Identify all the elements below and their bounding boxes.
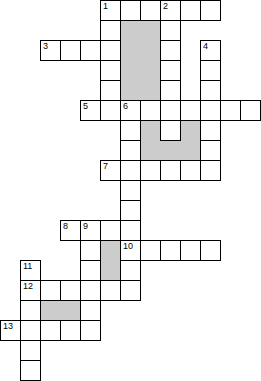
cell-r0-c5[interactable]: 1 bbox=[100, 0, 121, 21]
cell-r18-c1[interactable] bbox=[20, 360, 41, 381]
shaded-block-r6-c7 bbox=[140, 120, 161, 141]
cell-r7-c10[interactable] bbox=[200, 140, 221, 161]
shaded-block-r13-c5 bbox=[100, 260, 121, 281]
cell-r16-c2[interactable] bbox=[40, 320, 61, 341]
cell-r0-c8[interactable]: 2 bbox=[160, 0, 181, 21]
cell-r5-c10[interactable] bbox=[200, 100, 221, 121]
cell-r16-c3[interactable] bbox=[60, 320, 81, 341]
cell-r15-c4[interactable] bbox=[80, 300, 101, 321]
cell-r2-c8[interactable] bbox=[160, 40, 181, 61]
clue-number-1: 1 bbox=[103, 1, 108, 11]
cell-r8-c5[interactable]: 7 bbox=[100, 160, 121, 181]
clue-number-12: 12 bbox=[23, 281, 33, 291]
cell-r5-c6[interactable]: 6 bbox=[120, 100, 141, 121]
cell-r2-c10[interactable]: 4 bbox=[200, 40, 221, 61]
shaded-block-r4-c7 bbox=[140, 80, 161, 101]
cell-r0-c9[interactable] bbox=[180, 0, 201, 21]
cell-r14-c3[interactable] bbox=[60, 280, 81, 301]
cell-r11-c4[interactable]: 9 bbox=[80, 220, 101, 241]
cell-r0-c6[interactable] bbox=[120, 0, 141, 21]
cell-r16-c4[interactable] bbox=[80, 320, 101, 341]
cell-r4-c5[interactable] bbox=[100, 80, 121, 101]
cell-r13-c1[interactable]: 11 bbox=[20, 260, 41, 281]
cell-r2-c5[interactable] bbox=[100, 40, 121, 61]
shaded-block-r7-c9 bbox=[180, 140, 201, 161]
crossword-board: 12345678910111213 bbox=[0, 0, 261, 381]
shaded-block-r15-c2 bbox=[40, 300, 61, 321]
cell-r5-c11[interactable] bbox=[220, 100, 241, 121]
clue-number-9: 9 bbox=[83, 221, 88, 231]
cell-r1-c5[interactable] bbox=[100, 20, 121, 41]
cell-r12-c4[interactable] bbox=[80, 240, 101, 261]
clue-number-3: 3 bbox=[43, 41, 48, 51]
cell-r11-c3[interactable]: 8 bbox=[60, 220, 81, 241]
cell-r5-c7[interactable] bbox=[140, 100, 161, 121]
clue-number-6: 6 bbox=[123, 101, 128, 111]
cell-r14-c4[interactable] bbox=[80, 280, 101, 301]
cell-r5-c4[interactable]: 5 bbox=[80, 100, 101, 121]
cell-r12-c9[interactable] bbox=[180, 240, 201, 261]
shaded-block-r3-c6 bbox=[120, 60, 141, 81]
cell-r8-c10[interactable] bbox=[200, 160, 221, 181]
cell-r16-c0[interactable]: 13 bbox=[0, 320, 21, 341]
cell-r6-c8[interactable] bbox=[160, 120, 181, 141]
cell-r5-c5[interactable] bbox=[100, 100, 121, 121]
cell-r11-c5[interactable] bbox=[100, 220, 121, 241]
cell-r12-c10[interactable] bbox=[200, 240, 221, 261]
cell-r17-c1[interactable] bbox=[20, 340, 41, 361]
cell-r8-c6[interactable] bbox=[120, 160, 141, 181]
shaded-block-r3-c7 bbox=[140, 60, 161, 81]
shaded-block-r4-c6 bbox=[120, 80, 141, 101]
shaded-block-r2-c7 bbox=[140, 40, 161, 61]
cell-r4-c10[interactable] bbox=[200, 80, 221, 101]
cell-r10-c6[interactable] bbox=[120, 200, 141, 221]
cell-r12-c7[interactable] bbox=[140, 240, 161, 261]
shaded-block-r7-c8 bbox=[160, 140, 181, 161]
cell-r2-c4[interactable] bbox=[80, 40, 101, 61]
cell-r6-c10[interactable] bbox=[200, 120, 221, 141]
cell-r13-c4[interactable] bbox=[80, 260, 101, 281]
cell-r8-c9[interactable] bbox=[180, 160, 201, 181]
cell-r3-c8[interactable] bbox=[160, 60, 181, 81]
cell-r5-c8[interactable] bbox=[160, 100, 181, 121]
cell-r5-c9[interactable] bbox=[180, 100, 201, 121]
clue-number-10: 10 bbox=[123, 241, 133, 251]
cell-r2-c2[interactable]: 3 bbox=[40, 40, 61, 61]
cell-r2-c3[interactable] bbox=[60, 40, 81, 61]
cell-r14-c6[interactable] bbox=[120, 280, 141, 301]
cell-r3-c10[interactable] bbox=[200, 60, 221, 81]
cell-r12-c6[interactable]: 10 bbox=[120, 240, 141, 261]
cell-r14-c5[interactable] bbox=[100, 280, 121, 301]
shaded-block-r7-c7 bbox=[140, 140, 161, 161]
shaded-block-r6-c9 bbox=[180, 120, 201, 141]
cell-r1-c8[interactable] bbox=[160, 20, 181, 41]
cell-r5-c12[interactable] bbox=[240, 100, 261, 121]
cell-r8-c8[interactable] bbox=[160, 160, 181, 181]
cell-r0-c10[interactable] bbox=[200, 0, 221, 21]
cell-r6-c6[interactable] bbox=[120, 120, 141, 141]
clue-number-4: 4 bbox=[203, 41, 208, 51]
clue-number-8: 8 bbox=[63, 221, 68, 231]
cell-r16-c1[interactable] bbox=[20, 320, 41, 341]
cell-r11-c6[interactable] bbox=[120, 220, 141, 241]
shaded-block-r12-c5 bbox=[100, 240, 121, 261]
shaded-block-r2-c6 bbox=[120, 40, 141, 61]
cell-r7-c6[interactable] bbox=[120, 140, 141, 161]
cell-r13-c6[interactable] bbox=[120, 260, 141, 281]
cell-r12-c8[interactable] bbox=[160, 240, 181, 261]
clue-number-2: 2 bbox=[163, 1, 168, 11]
cell-r3-c5[interactable] bbox=[100, 60, 121, 81]
clue-number-11: 11 bbox=[23, 261, 32, 271]
shaded-block-r1-c6 bbox=[120, 20, 141, 41]
cell-r0-c7[interactable] bbox=[140, 0, 161, 21]
clue-number-7: 7 bbox=[103, 161, 108, 171]
clue-number-13: 13 bbox=[3, 321, 13, 331]
cell-r14-c2[interactable] bbox=[40, 280, 61, 301]
cell-r15-c1[interactable] bbox=[20, 300, 41, 321]
shaded-block-r15-c3 bbox=[60, 300, 81, 321]
shaded-block-r1-c7 bbox=[140, 20, 161, 41]
clue-number-5: 5 bbox=[83, 101, 88, 111]
cell-r8-c7[interactable] bbox=[140, 160, 161, 181]
cell-r9-c6[interactable] bbox=[120, 180, 141, 201]
cell-r4-c8[interactable] bbox=[160, 80, 181, 101]
page: 12345678910111213 bbox=[0, 0, 261, 381]
cell-r14-c1[interactable]: 12 bbox=[20, 280, 41, 301]
